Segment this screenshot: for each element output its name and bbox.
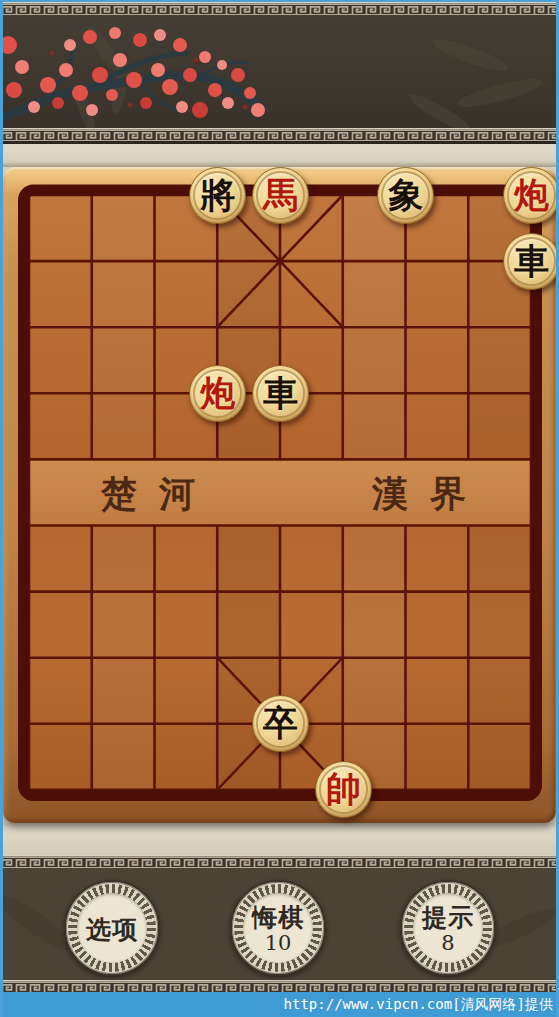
- undo-button-face[interactable]: 悔棋 10: [243, 893, 313, 963]
- undo-button-count: 10: [265, 931, 292, 955]
- options-button[interactable]: 选项: [64, 880, 160, 976]
- xiangqi-app: 楚河 漢界 將馬象炮車炮車卒帥 选项 悔棋 10: [0, 0, 559, 1017]
- plum-blossom-art: [0, 15, 559, 128]
- piece-red-cannon[interactable]: 炮: [189, 365, 246, 422]
- meander-border-bottom: [0, 980, 559, 992]
- screen-edge-left: [0, 0, 3, 1017]
- piece-black-chariot[interactable]: 車: [503, 233, 559, 290]
- undo-button-label: 悔棋: [252, 901, 304, 934]
- meander-border-banner-bottom: [0, 128, 559, 141]
- options-button-label: 选项: [86, 913, 138, 946]
- hint-button-count: 8: [441, 931, 454, 955]
- piece-black-general[interactable]: 將: [189, 167, 246, 224]
- watermark-bar: http://www.vipcn.com[清风网络]提供: [0, 992, 559, 1017]
- plum-blossom-banner: [0, 15, 559, 128]
- meander-border-buttons-top: [0, 855, 559, 868]
- piece-red-horse[interactable]: 馬: [252, 167, 309, 224]
- hint-button-label: 提示: [422, 901, 474, 934]
- hint-button[interactable]: 提示 8: [400, 880, 496, 976]
- piece-black-chariot[interactable]: 車: [252, 365, 309, 422]
- hint-button-face[interactable]: 提示 8: [413, 893, 483, 963]
- piece-black-elephant[interactable]: 象: [377, 167, 434, 224]
- watermark-text: http://www.vipcn.com[清风网络]提供: [284, 996, 553, 1012]
- undo-button[interactable]: 悔棋 10: [230, 880, 326, 976]
- screen-edge-top: [0, 0, 559, 2]
- options-button-face[interactable]: 选项: [77, 893, 147, 963]
- meander-border-top: [0, 2, 559, 15]
- piece-red-general[interactable]: 帥: [315, 761, 372, 818]
- beige-band-bottom: [0, 823, 559, 855]
- piece-red-cannon[interactable]: 炮: [503, 167, 559, 224]
- piece-layer: 將馬象炮車炮車卒帥: [0, 162, 559, 823]
- piece-black-soldier[interactable]: 卒: [252, 695, 309, 752]
